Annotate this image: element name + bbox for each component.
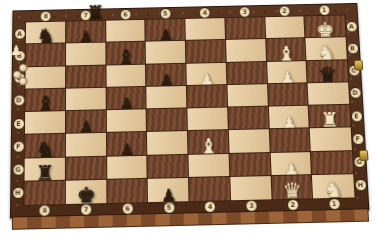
square-f2[interactable] <box>269 129 311 153</box>
coord-label: 1 <box>318 4 330 16</box>
square-a3[interactable] <box>225 17 266 40</box>
square-h8[interactable] <box>24 180 65 204</box>
square-d4[interactable] <box>187 85 228 109</box>
board-frame: 87654321A♞♟♟♚AB♝♝♞BC♟♟♟♛CD♝♟DE♟♟♜EF♞♟♝FG… <box>10 3 370 219</box>
rank-label-5: 5 <box>145 8 185 20</box>
square-c2[interactable]: ♟ <box>267 61 308 84</box>
square-d2[interactable] <box>267 83 308 107</box>
square-d3[interactable] <box>227 84 268 108</box>
frame-corner <box>13 11 26 23</box>
square-b3[interactable] <box>226 39 267 62</box>
coord-label: F <box>351 133 364 145</box>
square-c6[interactable] <box>106 64 147 87</box>
coord-label: D <box>349 87 362 99</box>
coord-label: F <box>12 141 24 153</box>
square-e3[interactable] <box>228 107 269 131</box>
file-label-H: H <box>11 181 24 205</box>
coord-label: D <box>13 95 25 107</box>
square-e4[interactable] <box>187 107 228 131</box>
square-f1[interactable] <box>310 128 352 152</box>
file-label-D: D <box>12 89 25 112</box>
coord-label: 8 <box>40 11 52 23</box>
square-c4[interactable]: ♟ <box>186 62 227 85</box>
square-a2[interactable] <box>265 16 306 39</box>
square-c7[interactable] <box>66 65 106 88</box>
white-knight-h1[interactable]: ♞ <box>323 179 343 200</box>
coord-label: A <box>14 28 26 40</box>
square-g1[interactable] <box>311 151 353 175</box>
coord-label: 4 <box>199 7 211 19</box>
square-g8[interactable]: ♜ <box>25 157 66 181</box>
square-c3[interactable] <box>226 61 267 84</box>
square-d8[interactable]: ♝ <box>25 88 66 112</box>
square-b6[interactable]: ♝ <box>106 42 146 65</box>
square-f7[interactable] <box>66 133 107 157</box>
square-a6[interactable] <box>106 20 146 43</box>
square-a8[interactable]: ♞ <box>26 22 66 45</box>
square-e1[interactable]: ♜ <box>309 105 351 129</box>
file-label-H: H <box>353 174 367 198</box>
square-e8[interactable] <box>25 111 66 135</box>
captured-white-pawn[interactable]: ♟ <box>10 42 23 58</box>
rank-label-3: 3 <box>225 6 265 18</box>
square-h6[interactable] <box>107 179 148 203</box>
square-c8[interactable] <box>25 66 65 89</box>
square-b4[interactable] <box>186 40 227 63</box>
coord-label: 6 <box>120 9 132 21</box>
coord-label: E <box>13 118 25 130</box>
square-b1[interactable]: ♞ <box>306 37 347 60</box>
square-g3[interactable] <box>229 153 271 177</box>
square-c5[interactable]: ♟ <box>146 63 187 86</box>
square-h3[interactable] <box>230 176 272 200</box>
square-a5[interactable]: ♟ <box>146 19 186 42</box>
file-label-A: A <box>344 15 358 37</box>
square-c1[interactable]: ♛ <box>307 60 348 83</box>
square-g4[interactable] <box>188 153 230 177</box>
coord-label: 3 <box>239 6 251 18</box>
file-label-G: G <box>11 158 24 182</box>
file-label-D: D <box>348 82 362 105</box>
coord-label: G <box>12 164 24 176</box>
square-f6[interactable]: ♟ <box>106 132 147 156</box>
coord-label: E <box>350 110 363 122</box>
square-g6[interactable] <box>107 155 148 179</box>
file-label-E: E <box>12 112 25 135</box>
captured-black-rook[interactable]: ♜ <box>87 1 105 24</box>
square-d7[interactable] <box>66 88 107 112</box>
rank-label-6: 6 <box>106 9 146 21</box>
square-h7[interactable]: ♚ <box>66 180 107 204</box>
brass-hinge-icon <box>359 150 369 161</box>
square-f3[interactable] <box>229 129 271 153</box>
square-h5[interactable]: ♟ <box>148 178 190 202</box>
coord-label: B <box>346 43 358 55</box>
square-e6[interactable] <box>106 109 147 133</box>
square-b5[interactable] <box>146 41 186 64</box>
square-d1[interactable] <box>308 82 350 106</box>
square-h1[interactable]: ♞ <box>312 174 354 198</box>
brass-clasp-icon <box>354 60 363 71</box>
square-e5[interactable] <box>147 108 188 132</box>
coord-label: H <box>12 187 24 199</box>
square-a7[interactable]: ♟ <box>66 21 106 44</box>
square-b7[interactable] <box>66 43 106 66</box>
square-g5[interactable] <box>148 154 189 178</box>
square-g7[interactable] <box>66 156 107 180</box>
square-b8[interactable] <box>26 44 66 67</box>
square-g2[interactable]: ♟ <box>270 152 312 176</box>
square-d5[interactable] <box>147 86 188 110</box>
square-f8[interactable]: ♞ <box>25 134 66 158</box>
file-label-F: F <box>12 135 25 158</box>
black-king-h7[interactable]: ♚ <box>77 185 96 206</box>
square-e2[interactable]: ♟ <box>268 106 310 130</box>
square-b2[interactable]: ♝ <box>266 38 307 61</box>
square-f4[interactable]: ♝ <box>188 130 229 154</box>
file-label-E: E <box>349 104 363 127</box>
square-h2[interactable]: ♛ <box>271 175 313 199</box>
frame-corner <box>344 4 357 16</box>
coord-label: H <box>354 179 367 191</box>
file-label-B: B <box>346 37 360 60</box>
rank-label-8: 8 <box>26 10 66 22</box>
coord-label: 2 <box>278 5 290 17</box>
file-label-F: F <box>351 127 365 150</box>
square-d6[interactable]: ♟ <box>106 87 147 111</box>
coord-label: A <box>345 21 357 33</box>
rank-label-1: 1 <box>304 4 344 16</box>
file-label-A: A <box>13 22 26 44</box>
square-e7[interactable]: ♟ <box>66 110 107 134</box>
square-a4[interactable] <box>185 18 225 41</box>
rank-label-2: 2 <box>264 5 304 17</box>
square-f5[interactable] <box>147 131 188 155</box>
square-h4[interactable] <box>189 177 231 201</box>
rank-label-4: 4 <box>185 7 225 19</box>
square-a1[interactable]: ♚ <box>305 15 346 38</box>
chess-board-set: 87654321A♞♟♟♚AB♝♝♞BC♟♟♟♛CD♝♟DE♟♟♜EF♞♟♝FG… <box>10 3 368 229</box>
white-queen-h2[interactable]: ♛ <box>282 180 302 201</box>
coord-label: 5 <box>159 8 171 20</box>
black-pawn-h5[interactable]: ♟ <box>161 187 177 204</box>
